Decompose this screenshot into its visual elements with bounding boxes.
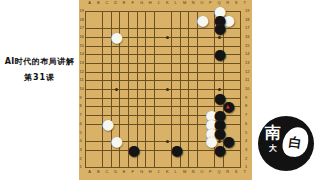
coord-label-top-O: O (200, 1, 203, 5)
coord-label-bottom-R: R (226, 170, 229, 174)
coord-label-top-H: H (149, 1, 152, 5)
coord-label-left-4: 4 (80, 139, 82, 143)
coord-label-top-P: P (209, 1, 212, 5)
coord-label-right-13: 13 (245, 61, 249, 65)
video-frame: AI时代的布局讲解 第31课 AABBCCDDEEFFGGHHJJKKLLMMN… (0, 0, 320, 180)
coord-label-top-A: A (88, 1, 91, 5)
coord-label-top-S: S (235, 1, 238, 5)
coord-label-bottom-O: O (200, 170, 203, 174)
coord-label-top-M: M (183, 1, 186, 5)
coord-label-bottom-C: C (106, 170, 109, 174)
stone-black-Q3: ● (214, 145, 224, 155)
coord-label-top-B: B (97, 1, 100, 5)
coord-label-left-16: 16 (80, 35, 84, 39)
stone-black-Q14: ● (214, 49, 224, 59)
coord-label-top-G: G (140, 1, 143, 5)
stone-white-O18: ● (197, 15, 207, 25)
coord-label-right-8: 8 (245, 104, 247, 108)
coord-label-left-18: 18 (80, 18, 84, 22)
coord-label-right-5: 5 (245, 131, 247, 135)
logo-char-nan: 南 (265, 123, 281, 144)
coord-label-bottom-H: H (149, 170, 152, 174)
coord-label-right-9: 9 (245, 96, 247, 100)
coord-label-right-12: 12 (245, 70, 249, 74)
coord-label-bottom-F: F (131, 170, 133, 174)
coord-label-bottom-G: G (140, 170, 143, 174)
coord-label-left-10: 10 (80, 87, 84, 91)
coord-label-right-15: 15 (245, 44, 249, 48)
coord-label-bottom-L: L (175, 170, 177, 174)
coord-label-right-6: 6 (245, 122, 247, 126)
coord-label-left-1: 1 (80, 165, 82, 169)
coord-label-bottom-N: N (192, 170, 195, 174)
coord-label-bottom-J: J (157, 170, 159, 174)
coord-label-left-6: 6 (80, 122, 82, 126)
coord-label-right-19: 19 (245, 9, 249, 13)
coord-label-right-3: 3 (245, 148, 247, 152)
coord-label-left-7: 7 (80, 113, 82, 117)
coord-label-right-2: 2 (245, 157, 247, 161)
coord-label-top-K: K (166, 1, 169, 5)
coord-label-left-12: 12 (80, 70, 84, 74)
stone-white-C6: ● (102, 119, 112, 129)
logo-char-wang: 王 (303, 151, 310, 161)
coord-label-top-F: F (131, 1, 133, 5)
coord-label-bottom-D: D (114, 170, 117, 174)
coord-label-bottom-P: P (209, 170, 212, 174)
coord-label-right-11: 11 (245, 78, 249, 82)
stone-black-Q17: ● (214, 23, 224, 33)
coord-label-left-15: 15 (80, 44, 84, 48)
coord-label-top-J: J (157, 1, 159, 5)
stone-white-D4: ● (111, 136, 121, 146)
coord-label-top-T: T (243, 1, 245, 5)
logo-panel: 南 大 白 王 (252, 0, 320, 180)
coord-label-top-C: C (106, 1, 109, 5)
coord-label-left-3: 3 (80, 148, 82, 152)
coord-label-bottom-A: A (88, 170, 91, 174)
coord-label-top-N: N (192, 1, 195, 5)
coord-label-bottom-Q: Q (218, 170, 221, 174)
stone-black-F3: ● (128, 145, 138, 155)
coord-label-bottom-S: S (235, 170, 238, 174)
coord-label-left-17: 17 (80, 26, 84, 30)
coord-label-left-2: 2 (80, 157, 82, 161)
coord-label-left-8: 8 (80, 104, 82, 108)
coord-label-bottom-E: E (123, 170, 126, 174)
coord-label-bottom-M: M (183, 170, 186, 174)
coord-label-left-14: 14 (80, 52, 84, 56)
coord-label-bottom-T: T (243, 170, 245, 174)
lecture-title: AI时代的布局讲解 (2, 56, 77, 67)
logo-char-bai: 白 (288, 133, 303, 153)
stone-black-L3: ● (171, 145, 181, 155)
star-point-D10 (115, 88, 118, 91)
coord-label-top-R: R (226, 1, 229, 5)
coord-label-right-7: 7 (245, 113, 247, 117)
coord-label-right-10: 10 (245, 87, 249, 91)
coord-label-right-16: 16 (245, 35, 249, 39)
coord-label-left-19: 19 (80, 9, 84, 13)
logo-char-da: 大 (269, 143, 277, 154)
coord-label-top-D: D (114, 1, 117, 5)
coord-label-right-17: 17 (245, 26, 249, 30)
lesson-number: 第31课 (2, 72, 77, 83)
coord-label-top-E: E (123, 1, 126, 5)
title-panel: AI时代的布局讲解 第31课 (0, 0, 79, 180)
coord-label-bottom-K: K (166, 170, 169, 174)
coord-label-right-1: 1 (245, 165, 247, 169)
coord-label-right-14: 14 (245, 52, 249, 56)
stone-white-D16: ● (111, 32, 121, 42)
coord-label-right-4: 4 (245, 139, 247, 143)
channel-logo: 南 大 白 王 (258, 116, 314, 171)
go-board: AABBCCDDEEFFGGHHJJKKLLMMNNOOPPQQRRSSTT19… (79, 0, 252, 180)
coord-label-left-9: 9 (80, 96, 82, 100)
star-point-Q16 (218, 36, 221, 39)
coord-label-left-5: 5 (80, 131, 82, 135)
coord-label-left-11: 11 (80, 78, 84, 82)
coord-label-top-L: L (175, 1, 177, 5)
coord-label-left-13: 13 (80, 61, 84, 65)
coord-label-right-18: 18 (245, 18, 249, 22)
coord-label-bottom-B: B (97, 170, 100, 174)
